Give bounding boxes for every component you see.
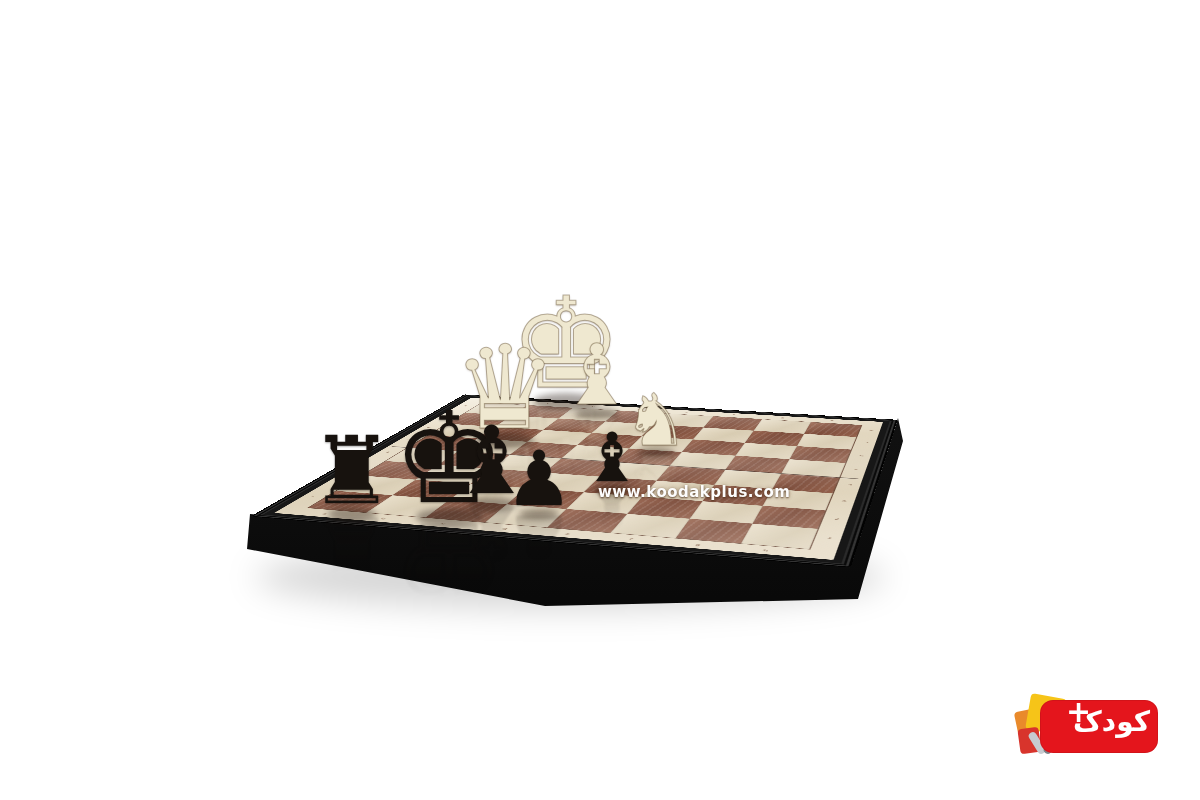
coord-label-a: a <box>501 401 506 402</box>
coord-label-3: 3 <box>841 500 846 502</box>
coord-label-3: 3 <box>361 465 368 467</box>
coord-label-e: e <box>564 533 571 536</box>
coord-label-5: 5 <box>854 469 859 471</box>
coord-label-5: 5 <box>406 439 412 441</box>
coord-label-g: g <box>780 417 784 418</box>
coord-label-b: b <box>380 517 387 520</box>
pieces-layer: ♚♚♛♛♝♝♞♞♜♜♚♚♝♝♟♟♝♝ <box>0 0 1200 800</box>
coord-label-f: f <box>732 414 735 415</box>
coord-label-8: 8 <box>462 405 467 406</box>
coord-label-7: 7 <box>445 416 451 417</box>
product-photo: aabbccddeeffgghh1122334455667788 ♚♚♛♛♝♝♞… <box>0 0 1200 800</box>
coord-label-h: h <box>762 549 768 552</box>
square-g1 <box>675 519 753 544</box>
coord-label-c: c <box>440 522 447 525</box>
coord-label-1: 1 <box>827 537 833 540</box>
logo-badge: + کودک <box>1040 700 1158 753</box>
coord-label-6: 6 <box>859 455 864 457</box>
koodakplus-logo: + کودک <box>1012 690 1164 760</box>
watermark-text: www.koodakplus.com <box>598 483 790 501</box>
coord-label-e: e <box>684 411 689 412</box>
coord-label-b: b <box>546 403 551 404</box>
white-king: ♚ <box>510 281 623 407</box>
coord-label-1: 1 <box>308 496 315 498</box>
logo-brand-text: کودک <box>1073 707 1150 738</box>
coord-label-c: c <box>591 406 595 407</box>
coord-label-h: h <box>830 420 834 422</box>
coord-label-6: 6 <box>426 427 432 429</box>
board-grid <box>309 403 862 550</box>
board-frame-side-wall <box>0 0 1200 800</box>
coord-label-g: g <box>695 543 702 546</box>
coord-label-4: 4 <box>384 451 390 453</box>
coord-label-8: 8 <box>869 430 873 432</box>
coord-label-2: 2 <box>336 480 343 482</box>
coord-label-2: 2 <box>835 518 841 521</box>
coord-label-7: 7 <box>864 442 869 444</box>
coord-label-d: d <box>501 527 508 530</box>
coord-label-a: a <box>321 513 328 515</box>
coord-label-d: d <box>637 409 642 410</box>
coord-label-f: f <box>629 538 634 541</box>
coord-label-4: 4 <box>848 484 853 486</box>
square-h1 <box>741 524 817 549</box>
